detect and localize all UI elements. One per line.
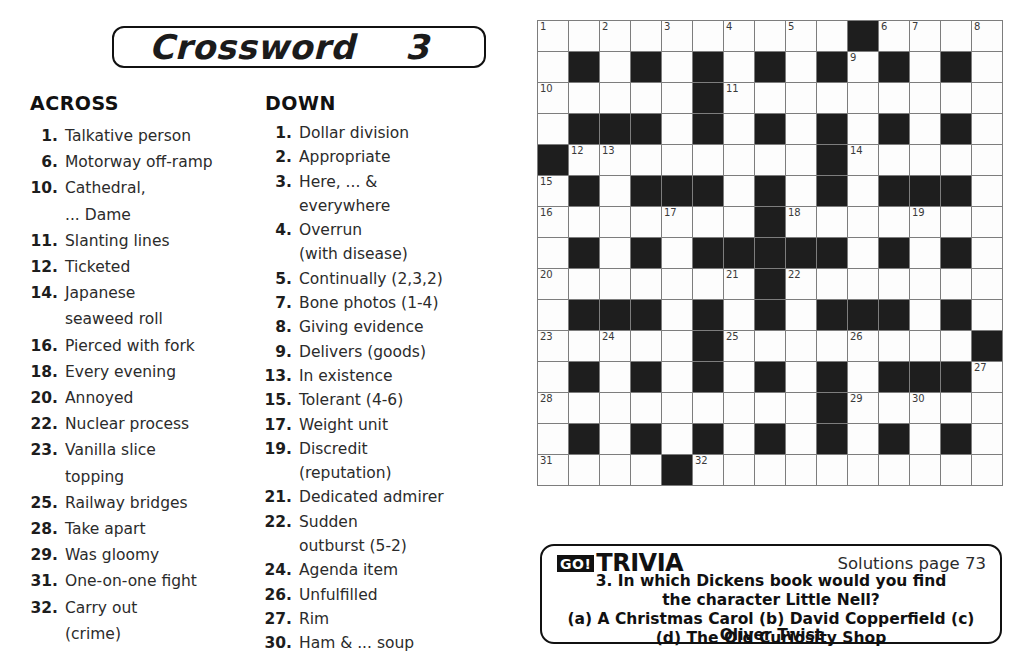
grid-cell-r13c14[interactable] bbox=[941, 393, 971, 423]
cell-number: 1 bbox=[540, 22, 546, 32]
across-clue: 31.One-on-one fight bbox=[24, 568, 260, 594]
down-header: DOWN bbox=[265, 92, 336, 114]
grid-cell-r12c3[interactable] bbox=[600, 362, 630, 392]
grid-cell-r3c1[interactable]: 10 bbox=[538, 83, 568, 113]
grid-cell-r3c8[interactable] bbox=[755, 83, 785, 113]
grid-cell-r4c12-black bbox=[879, 114, 909, 144]
grid-cell-r12c11[interactable] bbox=[848, 362, 878, 392]
grid-cell-r11c7[interactable]: 25 bbox=[724, 331, 754, 361]
grid-cell-r6c2-black bbox=[569, 176, 599, 206]
clue-number: 6. bbox=[24, 149, 58, 175]
grid-cell-r9c14[interactable] bbox=[941, 269, 971, 299]
grid-cell-r11c13[interactable] bbox=[910, 331, 940, 361]
grid-cell-r12c5[interactable] bbox=[662, 362, 692, 392]
grid-cell-r15c7[interactable] bbox=[724, 455, 754, 485]
grid-cell-r13c1[interactable]: 28 bbox=[538, 393, 568, 423]
grid-cell-r10c9[interactable] bbox=[786, 300, 816, 330]
grid-cell-r3c5[interactable] bbox=[662, 83, 692, 113]
crossword-grid: 1234567891011121314151617181920212223242… bbox=[537, 20, 1003, 486]
grid-cell-r10c11-black bbox=[848, 300, 878, 330]
grid-cell-r6c5-black bbox=[662, 176, 692, 206]
clue-number: 31. bbox=[24, 568, 58, 594]
grid-cell-r9c9[interactable]: 22 bbox=[786, 269, 816, 299]
clue-text: Overrun (with disease) bbox=[299, 218, 408, 267]
grid-cell-r9c2[interactable] bbox=[569, 269, 599, 299]
across-header: ACROSS bbox=[30, 92, 119, 114]
grid-cell-r4c9[interactable] bbox=[786, 114, 816, 144]
grid-cell-r11c3[interactable]: 24 bbox=[600, 331, 630, 361]
clue-number: 10. bbox=[24, 175, 58, 201]
grid-cell-r3c13[interactable] bbox=[910, 83, 940, 113]
grid-cell-r10c1[interactable] bbox=[538, 300, 568, 330]
grid-cell-r8c11[interactable] bbox=[848, 238, 878, 268]
grid-cell-r12c14-black bbox=[941, 362, 971, 392]
grid-cell-r1c12[interactable]: 6 bbox=[879, 21, 909, 51]
grid-cell-r10c13[interactable] bbox=[910, 300, 940, 330]
grid-cell-r11c10[interactable] bbox=[817, 331, 847, 361]
grid-cell-r1c8[interactable] bbox=[755, 21, 785, 51]
grid-cell-r14c15[interactable] bbox=[972, 424, 1002, 454]
grid-cell-r12c9[interactable] bbox=[786, 362, 816, 392]
down-clue: 4.Overrun (with disease) bbox=[258, 218, 494, 267]
clue-text: Bone photos (1-4) bbox=[299, 291, 439, 315]
cell-number: 7 bbox=[912, 22, 918, 32]
grid-cell-r12c4-black bbox=[631, 362, 661, 392]
clue-number: 11. bbox=[24, 228, 58, 254]
grid-cell-r3c11[interactable] bbox=[848, 83, 878, 113]
solutions-note: Solutions page 73 bbox=[837, 554, 986, 573]
clue-number: 5. bbox=[258, 267, 292, 291]
grid-cell-r9c8-black bbox=[755, 269, 785, 299]
cell-number: 13 bbox=[602, 146, 615, 156]
grid-cell-r7c13[interactable]: 19 bbox=[910, 207, 940, 237]
grid-cell-r4c1[interactable] bbox=[538, 114, 568, 144]
grid-cell-r9c13[interactable] bbox=[910, 269, 940, 299]
clue-text: Ham & ... soup bbox=[299, 631, 414, 655]
grid-cell-r1c14[interactable] bbox=[941, 21, 971, 51]
grid-cell-r9c12[interactable] bbox=[879, 269, 909, 299]
grid-cell-r8c3[interactable] bbox=[600, 238, 630, 268]
grid-cell-r15c2[interactable] bbox=[569, 455, 599, 485]
grid-cell-r6c3[interactable] bbox=[600, 176, 630, 206]
puzzle-number: 3 bbox=[405, 30, 429, 64]
grid-cell-r9c5[interactable] bbox=[662, 269, 692, 299]
grid-cell-r4c4-black bbox=[631, 114, 661, 144]
grid-cell-r8c13[interactable] bbox=[910, 238, 940, 268]
cell-number: 11 bbox=[726, 84, 739, 94]
across-clue: 23.Vanilla slice topping bbox=[24, 437, 260, 489]
grid-cell-r7c2[interactable] bbox=[569, 207, 599, 237]
grid-cell-r13c13[interactable]: 30 bbox=[910, 393, 940, 423]
clue-number: 3. bbox=[258, 170, 292, 194]
grid-cell-r5c2[interactable]: 12 bbox=[569, 145, 599, 175]
across-clue: 16.Pierced with fork bbox=[24, 333, 260, 359]
grid-cell-r15c13[interactable] bbox=[910, 455, 940, 485]
grid-cell-r13c5[interactable] bbox=[662, 393, 692, 423]
clue-text: Take apart bbox=[65, 516, 146, 542]
cell-number: 9 bbox=[850, 53, 856, 63]
grid-cell-r4c8-black bbox=[755, 114, 785, 144]
grid-cell-r4c6-black bbox=[693, 114, 723, 144]
across-clue: 12.Ticketed bbox=[24, 254, 260, 280]
down-clue: 15.Tolerant (4-6) bbox=[258, 388, 494, 412]
grid-cell-r9c3[interactable] bbox=[600, 269, 630, 299]
grid-cell-r12c1[interactable] bbox=[538, 362, 568, 392]
grid-cell-r1c5[interactable]: 3 bbox=[662, 21, 692, 51]
grid-cell-r1c2[interactable] bbox=[569, 21, 599, 51]
grid-cell-r8c1[interactable] bbox=[538, 238, 568, 268]
grid-cell-r3c3[interactable] bbox=[600, 83, 630, 113]
cell-number: 2 bbox=[602, 22, 608, 32]
grid-cell-r12c13-black bbox=[910, 362, 940, 392]
grid-cell-r8c15[interactable] bbox=[972, 238, 1002, 268]
grid-cell-r5c8[interactable] bbox=[755, 145, 785, 175]
grid-cell-r14c1[interactable] bbox=[538, 424, 568, 454]
grid-cell-r6c8-black bbox=[755, 176, 785, 206]
grid-cell-r2c2-black bbox=[569, 52, 599, 82]
grid-cell-r13c8[interactable] bbox=[755, 393, 785, 423]
clue-text: Vanilla slice topping bbox=[65, 437, 156, 489]
grid-cell-r1c15[interactable]: 8 bbox=[972, 21, 1002, 51]
grid-cell-r12c10-black bbox=[817, 362, 847, 392]
grid-cell-r5c15[interactable] bbox=[972, 145, 1002, 175]
grid-cell-r5c13[interactable] bbox=[910, 145, 940, 175]
clue-text: Delivers (goods) bbox=[299, 340, 426, 364]
grid-cell-r12c15[interactable]: 27 bbox=[972, 362, 1002, 392]
grid-cell-r7c5[interactable]: 17 bbox=[662, 207, 692, 237]
grid-cell-r7c10[interactable] bbox=[817, 207, 847, 237]
grid-cell-r9c1[interactable]: 20 bbox=[538, 269, 568, 299]
grid-cell-r4c3-black bbox=[600, 114, 630, 144]
grid-cell-r13c15[interactable] bbox=[972, 393, 1002, 423]
down-clue: 7.Bone photos (1-4) bbox=[258, 291, 494, 315]
grid-cell-r7c8-black bbox=[755, 207, 785, 237]
grid-cell-r13c6[interactable] bbox=[693, 393, 723, 423]
down-clue: 17.Weight unit bbox=[258, 413, 494, 437]
grid-cell-r5c6[interactable] bbox=[693, 145, 723, 175]
grid-cell-r13c2[interactable] bbox=[569, 393, 599, 423]
grid-cell-r4c5[interactable] bbox=[662, 114, 692, 144]
grid-cell-r6c10-black bbox=[817, 176, 847, 206]
grid-cell-r7c9[interactable]: 18 bbox=[786, 207, 816, 237]
grid-cell-r13c9[interactable] bbox=[786, 393, 816, 423]
grid-cell-r14c9[interactable] bbox=[786, 424, 816, 454]
grid-cell-r5c5[interactable] bbox=[662, 145, 692, 175]
grid-cell-r15c9[interactable] bbox=[786, 455, 816, 485]
grid-cell-r15c12[interactable] bbox=[879, 455, 909, 485]
grid-cell-r4c14-black bbox=[941, 114, 971, 144]
clue-text: Talkative person bbox=[65, 123, 191, 149]
cell-number: 15 bbox=[540, 177, 553, 187]
grid-cell-r2c4-black bbox=[631, 52, 661, 82]
grid-cell-r4c13[interactable] bbox=[910, 114, 940, 144]
down-clue: 24.Agenda item bbox=[258, 558, 494, 582]
cell-number: 27 bbox=[974, 363, 987, 373]
grid-cell-r2c7[interactable] bbox=[724, 52, 754, 82]
grid-cell-r13c12[interactable] bbox=[879, 393, 909, 423]
grid-cell-r4c2-black bbox=[569, 114, 599, 144]
clue-number: 29. bbox=[24, 542, 58, 568]
grid-cell-r3c10[interactable] bbox=[817, 83, 847, 113]
grid-cell-r7c14[interactable] bbox=[941, 207, 971, 237]
grid-cell-r15c14[interactable] bbox=[941, 455, 971, 485]
grid-cell-r2c5[interactable] bbox=[662, 52, 692, 82]
clue-number: 7. bbox=[258, 291, 292, 315]
grid-cell-r10c4-black bbox=[631, 300, 661, 330]
grid-cell-r7c6[interactable] bbox=[693, 207, 723, 237]
across-clue-list: 1.Talkative person6.Motorway off-ramp10.… bbox=[24, 123, 260, 647]
grid-cell-r8c6-black bbox=[693, 238, 723, 268]
grid-cell-r6c6-black bbox=[693, 176, 723, 206]
clue-text: Weight unit bbox=[299, 413, 388, 437]
clue-text: Ticketed bbox=[65, 254, 130, 280]
grid-cell-r15c15[interactable] bbox=[972, 455, 1002, 485]
grid-cell-r15c4[interactable] bbox=[631, 455, 661, 485]
grid-cell-r2c15[interactable] bbox=[972, 52, 1002, 82]
grid-cell-r7c7[interactable] bbox=[724, 207, 754, 237]
grid-cell-r1c10[interactable] bbox=[817, 21, 847, 51]
grid-cell-r3c2[interactable] bbox=[569, 83, 599, 113]
down-clue-list: 1.Dollar division2.Appropriate3.Here, ..… bbox=[258, 121, 494, 656]
grid-cell-r8c12-black bbox=[879, 238, 909, 268]
cell-number: 8 bbox=[974, 22, 980, 32]
grid-cell-r15c10[interactable] bbox=[817, 455, 847, 485]
clue-number: 25. bbox=[24, 490, 58, 516]
cell-number: 29 bbox=[850, 394, 863, 404]
grid-cell-r13c11[interactable]: 29 bbox=[848, 393, 878, 423]
clue-text: Slanting lines bbox=[65, 228, 170, 254]
grid-cell-r3c7[interactable]: 11 bbox=[724, 83, 754, 113]
grid-cell-r11c1[interactable]: 23 bbox=[538, 331, 568, 361]
grid-cell-r10c12-black bbox=[879, 300, 909, 330]
grid-cell-r6c9[interactable] bbox=[786, 176, 816, 206]
grid-cell-r12c2-black bbox=[569, 362, 599, 392]
grid-cell-r1c9[interactable]: 5 bbox=[786, 21, 816, 51]
grid-cell-r6c1[interactable]: 15 bbox=[538, 176, 568, 206]
grid-cell-r2c8-black bbox=[755, 52, 785, 82]
grid-cell-r15c11[interactable] bbox=[848, 455, 878, 485]
down-clue: 2.Appropriate bbox=[258, 145, 494, 169]
clue-text: Discredit (reputation) bbox=[299, 437, 392, 486]
across-clue: 20.Annoyed bbox=[24, 385, 260, 411]
grid-cell-r11c5[interactable] bbox=[662, 331, 692, 361]
grid-cell-r9c10[interactable] bbox=[817, 269, 847, 299]
grid-cell-r7c3[interactable] bbox=[600, 207, 630, 237]
grid-cell-r5c9[interactable] bbox=[786, 145, 816, 175]
grid-cell-r10c6-black bbox=[693, 300, 723, 330]
grid-cell-r9c15[interactable] bbox=[972, 269, 1002, 299]
clue-number: 18. bbox=[24, 359, 58, 385]
cell-number: 32 bbox=[695, 456, 708, 466]
down-clue: 22.Sudden outburst (5-2) bbox=[258, 510, 494, 559]
grid-cell-r9c4[interactable] bbox=[631, 269, 661, 299]
clue-text: Sudden outburst (5-2) bbox=[299, 510, 407, 559]
across-clue: 28.Take apart bbox=[24, 516, 260, 542]
cell-number: 17 bbox=[664, 208, 677, 218]
grid-cell-r5c12[interactable] bbox=[879, 145, 909, 175]
clue-number: 19. bbox=[258, 437, 292, 461]
clue-number: 24. bbox=[258, 558, 292, 582]
trivia-question-line-1: 3. In which Dickens book would you find bbox=[542, 574, 1000, 590]
clue-number: 23. bbox=[24, 437, 58, 463]
grid-cell-r5c4[interactable] bbox=[631, 145, 661, 175]
grid-cell-r2c13[interactable] bbox=[910, 52, 940, 82]
grid-cell-r12c6-black bbox=[693, 362, 723, 392]
across-clue: 29.Was gloomy bbox=[24, 542, 260, 568]
grid-cell-r3c12[interactable] bbox=[879, 83, 909, 113]
grid-cell-r9c7[interactable]: 21 bbox=[724, 269, 754, 299]
grid-cell-r7c12[interactable] bbox=[879, 207, 909, 237]
clue-number: 22. bbox=[258, 510, 292, 534]
grid-cell-r6c12-black bbox=[879, 176, 909, 206]
grid-cell-r2c12-black bbox=[879, 52, 909, 82]
grid-cell-r15c3[interactable] bbox=[600, 455, 630, 485]
across-clue: 10.Cathedral, ... Dame bbox=[24, 175, 260, 227]
grid-cell-r11c2[interactable] bbox=[569, 331, 599, 361]
grid-cell-r14c5[interactable] bbox=[662, 424, 692, 454]
grid-cell-r1c4[interactable] bbox=[631, 21, 661, 51]
grid-cell-r6c11[interactable] bbox=[848, 176, 878, 206]
grid-cell-r13c3[interactable] bbox=[600, 393, 630, 423]
clue-text: One-on-one fight bbox=[65, 568, 197, 594]
grid-cell-r4c11[interactable] bbox=[848, 114, 878, 144]
grid-cell-r2c3[interactable] bbox=[600, 52, 630, 82]
grid-cell-r10c3-black bbox=[600, 300, 630, 330]
grid-cell-r12c12-black bbox=[879, 362, 909, 392]
clue-text: Appropriate bbox=[299, 145, 390, 169]
grid-cell-r11c4[interactable] bbox=[631, 331, 661, 361]
grid-cell-r3c4[interactable] bbox=[631, 83, 661, 113]
grid-cell-r2c1[interactable] bbox=[538, 52, 568, 82]
down-clue: 19.Discredit (reputation) bbox=[258, 437, 494, 486]
grid-cell-r7c4[interactable] bbox=[631, 207, 661, 237]
grid-cell-r2c10-black bbox=[817, 52, 847, 82]
grid-cell-r11c11[interactable]: 26 bbox=[848, 331, 878, 361]
clue-number: 14. bbox=[24, 280, 58, 306]
across-clue: 6.Motorway off-ramp bbox=[24, 149, 260, 175]
grid-cell-r2c9[interactable] bbox=[786, 52, 816, 82]
clue-text: Here, ... & everywhere bbox=[299, 170, 390, 219]
grid-cell-r11c12[interactable] bbox=[879, 331, 909, 361]
clue-number: 17. bbox=[258, 413, 292, 437]
cell-number: 19 bbox=[912, 208, 925, 218]
cell-number: 21 bbox=[726, 270, 739, 280]
cell-number: 23 bbox=[540, 332, 553, 342]
grid-cell-r5c7[interactable] bbox=[724, 145, 754, 175]
grid-cell-r14c13[interactable] bbox=[910, 424, 940, 454]
grid-cell-r14c8-black bbox=[755, 424, 785, 454]
grid-cell-r3c9[interactable] bbox=[786, 83, 816, 113]
clue-text: Continually (2,3,2) bbox=[299, 267, 443, 291]
grid-cell-r9c6[interactable] bbox=[693, 269, 723, 299]
cell-number: 30 bbox=[912, 394, 925, 404]
grid-cell-r3c14[interactable] bbox=[941, 83, 971, 113]
grid-cell-r13c4[interactable] bbox=[631, 393, 661, 423]
grid-cell-r10c10-black bbox=[817, 300, 847, 330]
grid-cell-r12c8-black bbox=[755, 362, 785, 392]
crossword-page: Crossword 3 ACROSS DOWN 1.Talkative pers… bbox=[0, 0, 1024, 662]
clue-number: 16. bbox=[24, 333, 58, 359]
clue-number: 21. bbox=[258, 485, 292, 509]
grid-cell-r10c15[interactable] bbox=[972, 300, 1002, 330]
grid-cell-r6c7[interactable] bbox=[724, 176, 754, 206]
cell-number: 16 bbox=[540, 208, 553, 218]
grid-cell-r5c14[interactable] bbox=[941, 145, 971, 175]
grid-cell-r13c10-black bbox=[817, 393, 847, 423]
clue-text: Nuclear process bbox=[65, 411, 189, 437]
grid-cell-r10c5[interactable] bbox=[662, 300, 692, 330]
grid-cell-r1c3[interactable]: 2 bbox=[600, 21, 630, 51]
clue-text: Agenda item bbox=[299, 558, 398, 582]
cell-number: 14 bbox=[850, 146, 863, 156]
grid-cell-r11c8[interactable] bbox=[755, 331, 785, 361]
grid-cell-r5c3[interactable]: 13 bbox=[600, 145, 630, 175]
across-clue: 22.Nuclear process bbox=[24, 411, 260, 437]
grid-cell-r10c7[interactable] bbox=[724, 300, 754, 330]
down-clue: 13.In existence bbox=[258, 364, 494, 388]
clue-number: 22. bbox=[24, 411, 58, 437]
grid-cell-r15c8[interactable] bbox=[755, 455, 785, 485]
grid-cell-r2c11[interactable]: 9 bbox=[848, 52, 878, 82]
grid-cell-r1c7[interactable]: 4 bbox=[724, 21, 754, 51]
grid-cell-r8c5[interactable] bbox=[662, 238, 692, 268]
clue-text: Was gloomy bbox=[65, 542, 159, 568]
trivia-box: GO! TRIVIA Solutions page 73 3. In which… bbox=[540, 544, 1002, 644]
cell-number: 26 bbox=[850, 332, 863, 342]
grid-cell-r2c14-black bbox=[941, 52, 971, 82]
grid-cell-r9c11[interactable] bbox=[848, 269, 878, 299]
grid-cell-r14c3[interactable] bbox=[600, 424, 630, 454]
across-clue: 1.Talkative person bbox=[24, 123, 260, 149]
grid-cell-r11c14[interactable] bbox=[941, 331, 971, 361]
grid-cell-r6c13-black bbox=[910, 176, 940, 206]
grid-cell-r14c6-black bbox=[693, 424, 723, 454]
grid-cell-r4c15[interactable] bbox=[972, 114, 1002, 144]
clue-number: 9. bbox=[258, 340, 292, 364]
clue-text: Dollar division bbox=[299, 121, 409, 145]
cell-number: 6 bbox=[881, 22, 887, 32]
grid-cell-r7c11[interactable] bbox=[848, 207, 878, 237]
grid-cell-r11c9[interactable] bbox=[786, 331, 816, 361]
grid-cell-r14c7[interactable] bbox=[724, 424, 754, 454]
grid-cell-r15c6[interactable]: 32 bbox=[693, 455, 723, 485]
clue-number: 27. bbox=[258, 607, 292, 631]
grid-cell-r14c11[interactable] bbox=[848, 424, 878, 454]
grid-cell-r1c13[interactable]: 7 bbox=[910, 21, 940, 51]
grid-cell-r5c11[interactable]: 14 bbox=[848, 145, 878, 175]
grid-cell-r12c7[interactable] bbox=[724, 362, 754, 392]
cell-number: 4 bbox=[726, 22, 732, 32]
clue-number: 4. bbox=[258, 218, 292, 242]
grid-cell-r15c1[interactable]: 31 bbox=[538, 455, 568, 485]
across-clue: 18.Every evening bbox=[24, 359, 260, 385]
grid-cell-r14c2-black bbox=[569, 424, 599, 454]
clue-text: Railway bridges bbox=[65, 490, 188, 516]
grid-cell-r6c14-black bbox=[941, 176, 971, 206]
grid-cell-r7c15[interactable] bbox=[972, 207, 1002, 237]
grid-cell-r3c15[interactable] bbox=[972, 83, 1002, 113]
clue-text: Dedicated admirer bbox=[299, 485, 444, 509]
grid-cell-r4c7[interactable] bbox=[724, 114, 754, 144]
grid-cell-r7c1[interactable]: 16 bbox=[538, 207, 568, 237]
grid-cell-r14c10-black bbox=[817, 424, 847, 454]
grid-cell-r10c8-black bbox=[755, 300, 785, 330]
grid-cell-r13c7[interactable] bbox=[724, 393, 754, 423]
grid-cell-r8c8-black bbox=[755, 238, 785, 268]
grid-cell-r1c6[interactable] bbox=[693, 21, 723, 51]
grid-cell-r1c1[interactable]: 1 bbox=[538, 21, 568, 51]
grid-cell-r6c15[interactable] bbox=[972, 176, 1002, 206]
